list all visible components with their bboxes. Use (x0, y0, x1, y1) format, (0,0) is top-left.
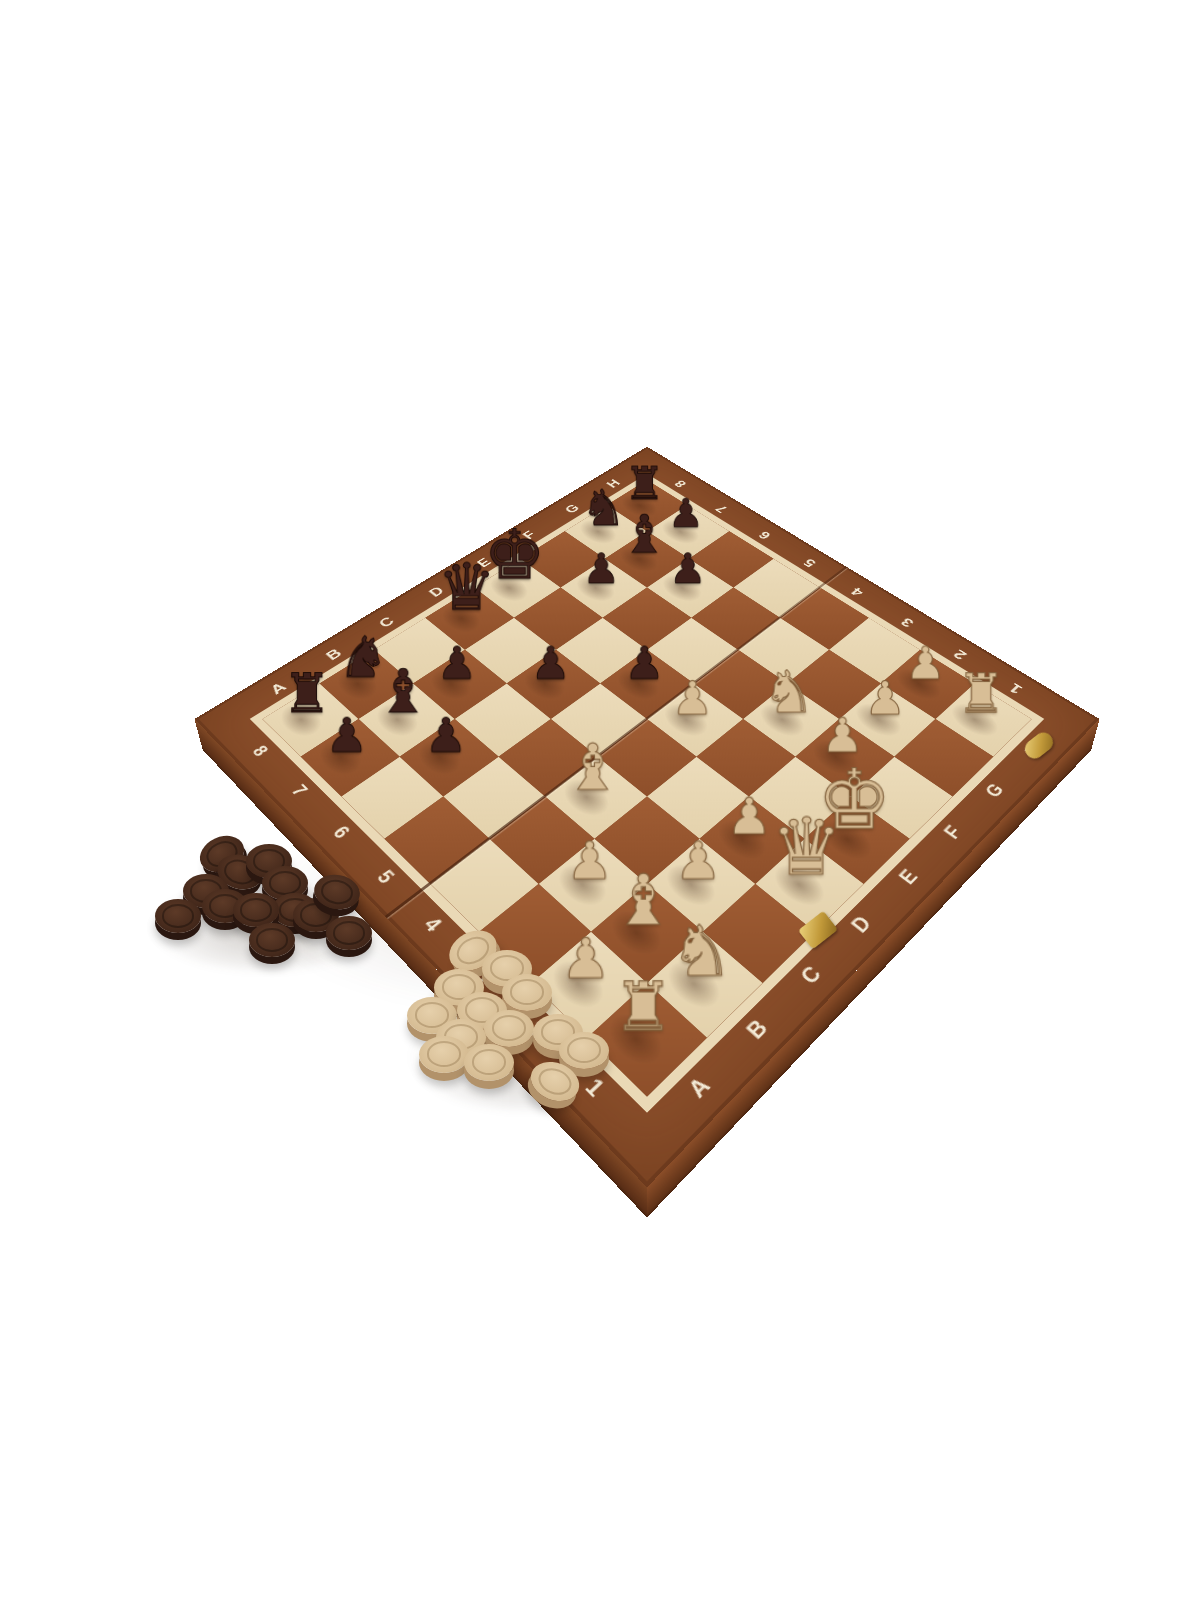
dark-checker-9 (233, 893, 279, 927)
white-rook-glyph: ♜ (911, 667, 1051, 721)
white-bishop-glyph: ♝ (519, 735, 668, 799)
black-pawn-glyph: ♟ (625, 548, 751, 589)
light-checker-7 (484, 1010, 534, 1047)
light-checker-11 (464, 1044, 514, 1081)
chess-board: 88HH77GG66FF55EE44DD33CC22BB11AA♜♞♟♝♚♟♟♛… (194, 447, 1099, 1188)
dark-checker-8 (155, 899, 201, 933)
black-pawn-glyph: ♟ (374, 712, 518, 759)
white-queen-glyph: ♛ (728, 808, 886, 887)
board-3d-scene: 88HH77GG66FF55EE44DD33CC22BB11AA♜♞♟♝♚♟♟♛… (327, 399, 967, 1039)
product-photo-canvas: 88HH77GG66FF55EE44DD33CC22BB11AA♜♞♟♝♚♟♟♛… (0, 0, 1200, 1600)
light-checker-4 (502, 974, 552, 1011)
dark-checker-10 (249, 923, 295, 957)
light-checker-10 (419, 1036, 469, 1073)
light-checker-12 (559, 1032, 609, 1069)
black-queen-glyph: ♛ (402, 555, 531, 620)
dark-checker-13 (326, 916, 372, 950)
